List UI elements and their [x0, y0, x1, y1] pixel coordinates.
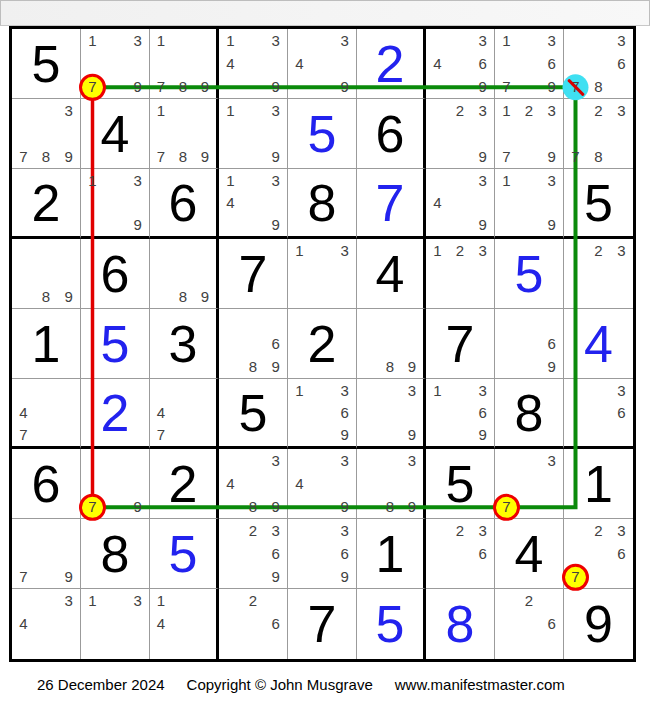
cell-value: 7	[219, 239, 287, 308]
cell-r5c9[interactable]: 4	[564, 309, 633, 379]
candidate-digit: 9	[547, 359, 555, 374]
candidate-digit: 3	[617, 33, 625, 48]
candidate-digit: 9	[271, 359, 279, 374]
cell-value: 4	[495, 519, 563, 588]
candidate-digit: 6	[271, 336, 279, 351]
candidate-digit: 1	[157, 103, 165, 118]
cell-r2c8[interactable]: 12379	[495, 99, 564, 169]
cell-r2c5[interactable]: 5	[288, 99, 357, 169]
candidate-digit: 3	[478, 243, 486, 258]
cell-value: 6	[357, 99, 423, 168]
candidate-digit: 3	[133, 593, 141, 608]
cell-r6c6[interactable]: 39	[357, 379, 426, 449]
candidate-digit: 6	[617, 405, 625, 420]
cell-r1c4[interactable]: 1349	[219, 29, 288, 99]
candidate-digit: 9	[64, 149, 72, 164]
candidate-digit: 9	[478, 79, 486, 94]
candidate-digit: 3	[133, 33, 141, 48]
candidate-digit: 7	[88, 79, 96, 94]
cell-value: 9	[564, 589, 633, 659]
candidate-digit: 6	[547, 336, 555, 351]
cell-r9c3[interactable]: 14	[150, 589, 219, 659]
cell-r5c5[interactable]: 2	[288, 309, 357, 379]
candidate-digit: 1	[502, 103, 510, 118]
candidate-digit: 2	[594, 523, 602, 538]
cell-value: 5	[12, 29, 80, 98]
cell-value: 2	[81, 379, 149, 446]
candidate-digit: 8	[386, 499, 394, 514]
candidate-digit: 9	[271, 217, 279, 232]
candidate-digit: 9	[133, 217, 141, 232]
cell-r8c1[interactable]: 79	[12, 519, 81, 589]
candidate-digit: 1	[295, 243, 303, 258]
cell-r1c3[interactable]: 1789	[150, 29, 219, 99]
cell-r9c7[interactable]: 8	[426, 589, 495, 659]
cell-r3c5[interactable]: 8	[288, 169, 357, 239]
cell-r1c8[interactable]: 13679	[495, 29, 564, 99]
cell-r3c4[interactable]: 1349	[219, 169, 288, 239]
candidate-digit: 1	[226, 103, 234, 118]
footer-date: 26 December 2024	[37, 676, 165, 693]
candidate-digit: 3	[617, 103, 625, 118]
cell-r9c5[interactable]: 7	[288, 589, 357, 659]
candidate-digit: 8	[249, 499, 257, 514]
cell-r3c2[interactable]: 139	[81, 169, 150, 239]
cell-value: 5	[564, 169, 633, 236]
cell-r6c7[interactable]: 1369	[426, 379, 495, 449]
cell-value: 8	[288, 169, 356, 236]
cell-r7c4[interactable]: 3489	[219, 449, 288, 519]
candidate-digit: 3	[271, 33, 279, 48]
candidate-digit: 7	[502, 499, 510, 514]
candidate-digit: 4	[157, 405, 165, 420]
cell-r2c7[interactable]: 239	[426, 99, 495, 169]
candidate-digit: 2	[525, 103, 533, 118]
candidate-digit: 3	[408, 383, 416, 398]
candidate-digit: 8	[249, 359, 257, 374]
cell-r2c6[interactable]: 6	[357, 99, 426, 169]
cell-value: 4	[81, 99, 149, 168]
cell-r6c8[interactable]: 8	[495, 379, 564, 449]
title-bar	[0, 0, 650, 26]
cell-r3c6[interactable]: 7	[357, 169, 426, 239]
cell-r6c5[interactable]: 1369	[288, 379, 357, 449]
cell-value: 5	[288, 99, 356, 168]
candidate-digit: 9	[408, 499, 416, 514]
cell-value: 1	[564, 449, 633, 518]
candidate-digit: 3	[271, 523, 279, 538]
cell-r5c6[interactable]: 89	[357, 309, 426, 379]
candidate-digit: 1	[88, 173, 96, 188]
candidate-digit: 4	[19, 405, 27, 420]
cell-value: 2	[12, 169, 80, 236]
candidate-digit: 7	[157, 149, 165, 164]
candidate-digit: 3	[547, 33, 555, 48]
candidate-digit: 2	[525, 593, 533, 608]
cell-value: 5	[357, 589, 423, 659]
candidate-digit: 2	[249, 523, 257, 538]
candidate-digit: 3	[340, 243, 348, 258]
cell-value: 7	[357, 169, 423, 236]
cell-r9c9[interactable]: 9	[564, 589, 633, 659]
cell-r8c6[interactable]: 1	[357, 519, 426, 589]
candidate-digit: 6	[478, 56, 486, 71]
cell-r9c4[interactable]: 26	[219, 589, 288, 659]
candidate-digit: 1	[88, 33, 96, 48]
candidate-digit: 9	[133, 499, 141, 514]
candidate-digit: 3	[478, 523, 486, 538]
cell-r6c4[interactable]: 5	[219, 379, 288, 449]
cell-value: 8	[426, 589, 494, 659]
cell-r2c2[interactable]: 4	[81, 99, 150, 169]
cell-value: 5	[150, 519, 216, 588]
candidate-digit: 1	[433, 383, 441, 398]
cell-value: 2	[357, 29, 423, 98]
cell-value: 5	[81, 309, 149, 378]
candidate-digit: 7	[19, 427, 27, 442]
candidate-digit: 1	[502, 33, 510, 48]
candidate-digit: 9	[271, 79, 279, 94]
candidate-digit: 9	[478, 149, 486, 164]
cell-r3c1[interactable]: 2	[12, 169, 81, 239]
candidate-digit: 4	[157, 616, 165, 631]
cell-r5c4[interactable]: 689	[219, 309, 288, 379]
candidate-digit: 3	[133, 173, 141, 188]
candidate-digit: 8	[179, 149, 187, 164]
candidate-digit: 3	[617, 523, 625, 538]
candidate-digit: 9	[340, 79, 348, 94]
cell-r6c1[interactable]: 47	[12, 379, 81, 449]
cell-r1c2[interactable]: 1379	[81, 29, 150, 99]
cell-value: 2	[288, 309, 356, 378]
cell-r3c7[interactable]: 349	[426, 169, 495, 239]
cell-r8c8[interactable]: 4	[495, 519, 564, 589]
cell-r2c9[interactable]: 2378	[564, 99, 633, 169]
candidate-digit: 9	[340, 569, 348, 584]
candidate-digit: 6	[340, 405, 348, 420]
cell-r7c5[interactable]: 349	[288, 449, 357, 519]
candidate-digit: 3	[271, 103, 279, 118]
candidate-digit: 6	[340, 546, 348, 561]
cell-r9c2[interactable]: 13	[81, 589, 150, 659]
candidate-digit: 2	[456, 103, 464, 118]
cell-value: 3	[150, 309, 216, 378]
candidate-digit: 3	[64, 593, 72, 608]
candidate-digit: 2	[249, 593, 257, 608]
candidate-digit: 3	[340, 383, 348, 398]
candidate-digit: 7	[571, 569, 579, 584]
candidate-digit: 9	[271, 569, 279, 584]
candidate-digit: 1	[157, 33, 165, 48]
cell-r8c7[interactable]: 236	[426, 519, 495, 589]
candidate-digit: 8	[42, 289, 50, 304]
candidate-digit: 9	[547, 79, 555, 94]
cell-r4c9[interactable]: 23	[564, 239, 633, 309]
cell-r4c7[interactable]: 123	[426, 239, 495, 309]
candidate-digit: 6	[617, 56, 625, 71]
candidate-digit: 7	[502, 79, 510, 94]
cell-r8c2[interactable]: 8	[81, 519, 150, 589]
cell-r3c3[interactable]: 6	[150, 169, 219, 239]
candidate-digit: 1	[226, 173, 234, 188]
candidate-digit: 4	[226, 56, 234, 71]
cell-value: 4	[357, 239, 423, 308]
cell-r9c6[interactable]: 5	[357, 589, 426, 659]
cell-r8c4[interactable]: 2369	[219, 519, 288, 589]
cell-r1c5[interactable]: 349	[288, 29, 357, 99]
candidate-digit: 2	[594, 103, 602, 118]
candidate-digit: 9	[201, 149, 209, 164]
candidate-digit: 9	[408, 427, 416, 442]
candidate-digit: 7	[571, 79, 579, 94]
candidate-digit: 1	[433, 243, 441, 258]
footer-website: www.manifestmaster.com	[395, 676, 565, 693]
cell-r1c1[interactable]: 5	[12, 29, 81, 99]
candidate-digit: 3	[617, 383, 625, 398]
cell-r4c4[interactable]: 7	[219, 239, 288, 309]
candidate-digit: 9	[340, 499, 348, 514]
cell-r8c5[interactable]: 369	[288, 519, 357, 589]
cell-value: 7	[288, 589, 356, 659]
cell-r4c3[interactable]: 89	[150, 239, 219, 309]
candidate-digit: 4	[433, 56, 441, 71]
candidate-digit: 3	[64, 103, 72, 118]
candidate-digit: 3	[340, 33, 348, 48]
candidate-digit: 4	[295, 476, 303, 491]
cell-value: 5	[219, 379, 287, 446]
candidate-digit: 8	[42, 149, 50, 164]
candidate-digit: 8	[179, 79, 187, 94]
candidate-digit: 9	[271, 149, 279, 164]
candidate-digit: 6	[478, 405, 486, 420]
cell-r3c9[interactable]: 5	[564, 169, 633, 239]
cell-value: 6	[150, 169, 216, 236]
candidate-digit: 9	[64, 289, 72, 304]
candidate-digit: 9	[478, 427, 486, 442]
candidate-digit: 1	[88, 593, 96, 608]
candidate-digit: 9	[201, 289, 209, 304]
cell-r7c3[interactable]: 2	[150, 449, 219, 519]
cell-value: 6	[12, 449, 80, 518]
candidate-digit: 9	[547, 217, 555, 232]
cell-r1c9[interactable]: 3678	[564, 29, 633, 99]
candidate-digit: 2	[456, 243, 464, 258]
cell-value: 4	[564, 309, 633, 378]
candidate-digit: 3	[340, 523, 348, 538]
candidate-digit: 6	[478, 546, 486, 561]
candidate-digit: 4	[226, 476, 234, 491]
candidate-digit: 4	[19, 616, 27, 631]
candidate-digit: 4	[295, 56, 303, 71]
cell-r5c2[interactable]: 5	[81, 309, 150, 379]
footer-copyright: Copyright © John Musgrave	[187, 676, 373, 693]
candidate-digit: 9	[271, 499, 279, 514]
candidate-digit: 3	[478, 103, 486, 118]
sudoku-board: 5137917891349349234691367936783789417891…	[9, 26, 636, 662]
cell-r4c8[interactable]: 5	[495, 239, 564, 309]
cell-r7c6[interactable]: 389	[357, 449, 426, 519]
candidate-digit: 7	[88, 499, 96, 514]
cell-value: 1	[357, 519, 423, 588]
cell-r8c3[interactable]: 5	[150, 519, 219, 589]
candidate-digit: 9	[201, 79, 209, 94]
candidate-digit: 3	[408, 453, 416, 468]
candidate-digit: 1	[502, 173, 510, 188]
cell-r5c8[interactable]: 69	[495, 309, 564, 379]
candidate-digit: 2	[456, 523, 464, 538]
candidate-digit: 8	[386, 359, 394, 374]
footer: 26 December 2024Copyright © John Musgrav…	[37, 676, 587, 693]
cell-r7c2[interactable]: 79	[81, 449, 150, 519]
candidate-digit: 6	[547, 616, 555, 631]
candidate-digit: 3	[271, 453, 279, 468]
cell-r3c8[interactable]: 139	[495, 169, 564, 239]
candidate-digit: 9	[64, 569, 72, 584]
candidate-digit: 8	[594, 79, 602, 94]
candidate-digit: 3	[547, 173, 555, 188]
cell-value: 5	[495, 239, 563, 308]
candidate-digit: 3	[478, 33, 486, 48]
cell-r1c6[interactable]: 2	[357, 29, 426, 99]
candidate-digit: 7	[19, 149, 27, 164]
candidate-digit: 3	[478, 173, 486, 188]
candidate-digit: 7	[157, 427, 165, 442]
cell-r9c1[interactable]: 34	[12, 589, 81, 659]
cell-r7c8[interactable]: 37	[495, 449, 564, 519]
cell-r7c7[interactable]: 5	[426, 449, 495, 519]
candidate-digit: 8	[179, 289, 187, 304]
cell-r2c3[interactable]: 1789	[150, 99, 219, 169]
cell-r1c7[interactable]: 3469	[426, 29, 495, 99]
cell-r4c5[interactable]: 13	[288, 239, 357, 309]
candidate-digit: 9	[547, 149, 555, 164]
cell-r4c2[interactable]: 6	[81, 239, 150, 309]
candidate-digit: 4	[433, 195, 441, 210]
candidate-digit: 9	[478, 217, 486, 232]
candidate-digit: 3	[271, 173, 279, 188]
candidate-digit: 6	[617, 546, 625, 561]
cell-r2c1[interactable]: 3789	[12, 99, 81, 169]
candidate-digit: 3	[547, 453, 555, 468]
cell-r7c1[interactable]: 6	[12, 449, 81, 519]
cell-r7c9[interactable]: 1	[564, 449, 633, 519]
cell-r8c9[interactable]: 2367	[564, 519, 633, 589]
cell-r5c1[interactable]: 1	[12, 309, 81, 379]
cell-r6c9[interactable]: 36	[564, 379, 633, 449]
candidate-digit: 1	[295, 383, 303, 398]
candidate-digit: 7	[571, 149, 579, 164]
candidate-digit: 4	[226, 195, 234, 210]
cell-r6c2[interactable]: 2	[81, 379, 150, 449]
candidate-digit: 1	[226, 33, 234, 48]
candidate-digit: 7	[502, 149, 510, 164]
candidate-digit: 6	[547, 56, 555, 71]
candidate-digit: 3	[547, 103, 555, 118]
cell-value: 8	[81, 519, 149, 588]
candidate-digit: 6	[271, 616, 279, 631]
cell-value: 2	[150, 449, 216, 518]
candidate-digit: 7	[19, 569, 27, 584]
cell-r6c3[interactable]: 47	[150, 379, 219, 449]
candidate-digit: 3	[478, 383, 486, 398]
cell-r5c3[interactable]: 3	[150, 309, 219, 379]
candidate-digit: 6	[271, 546, 279, 561]
candidate-digit: 9	[408, 359, 416, 374]
candidate-digit: 2	[594, 243, 602, 258]
cell-value: 8	[495, 379, 563, 446]
cell-r4c6[interactable]: 4	[357, 239, 426, 309]
candidate-digit: 3	[340, 453, 348, 468]
candidate-digit: 9	[133, 79, 141, 94]
candidate-digit: 3	[617, 243, 625, 258]
cell-r4c1[interactable]: 89	[12, 239, 81, 309]
candidate-digit: 9	[340, 427, 348, 442]
cell-value: 7	[426, 309, 494, 378]
candidate-digit: 8	[594, 149, 602, 164]
candidate-digit: 7	[157, 79, 165, 94]
cell-value: 5	[426, 449, 494, 518]
cell-r2c4[interactable]: 139	[219, 99, 288, 169]
cell-r9c8[interactable]: 26	[495, 589, 564, 659]
candidate-digit: 1	[157, 593, 165, 608]
cell-value: 6	[81, 239, 149, 308]
cell-r5c7[interactable]: 7	[426, 309, 495, 379]
cell-value: 1	[12, 309, 80, 378]
